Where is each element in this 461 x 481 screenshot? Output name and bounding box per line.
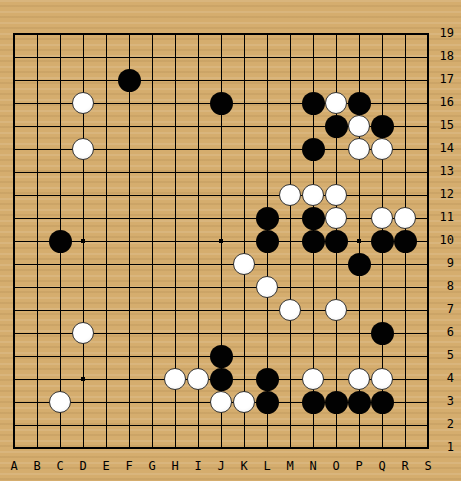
point-B6[interactable] [26,322,49,345]
point-J6[interactable] [210,322,233,345]
point-D16[interactable] [72,92,95,115]
point-G2[interactable] [141,414,164,437]
point-D1[interactable] [72,437,95,460]
point-E2[interactable] [95,414,118,437]
point-I5[interactable] [187,345,210,368]
point-P13[interactable] [348,161,371,184]
point-G14[interactable] [141,138,164,161]
point-G19[interactable] [141,23,164,46]
point-N5[interactable] [302,345,325,368]
point-N16[interactable] [302,92,325,115]
point-A1[interactable] [3,437,26,460]
point-Q4[interactable] [371,368,394,391]
point-Q5[interactable] [371,345,394,368]
point-F10[interactable] [118,230,141,253]
point-P14[interactable] [348,138,371,161]
point-C13[interactable] [49,161,72,184]
point-I11[interactable] [187,207,210,230]
point-G7[interactable] [141,299,164,322]
point-D9[interactable] [72,253,95,276]
point-A11[interactable] [3,207,26,230]
point-R15[interactable] [394,115,417,138]
point-L6[interactable] [256,322,279,345]
point-F4[interactable] [118,368,141,391]
point-F9[interactable] [118,253,141,276]
point-L4[interactable] [256,368,279,391]
point-N8[interactable] [302,276,325,299]
point-R6[interactable] [394,322,417,345]
point-I2[interactable] [187,414,210,437]
point-J17[interactable] [210,69,233,92]
point-H2[interactable] [164,414,187,437]
point-A9[interactable] [3,253,26,276]
point-C4[interactable] [49,368,72,391]
point-G18[interactable] [141,46,164,69]
point-H18[interactable] [164,46,187,69]
point-D12[interactable] [72,184,95,207]
point-K6[interactable] [233,322,256,345]
point-O18[interactable] [325,46,348,69]
point-F7[interactable] [118,299,141,322]
point-O16[interactable] [325,92,348,115]
point-L14[interactable] [256,138,279,161]
point-P8[interactable] [348,276,371,299]
point-I3[interactable] [187,391,210,414]
point-P9[interactable] [348,253,371,276]
point-J3[interactable] [210,391,233,414]
point-C17[interactable] [49,69,72,92]
point-B7[interactable] [26,299,49,322]
point-M5[interactable] [279,345,302,368]
point-O7[interactable] [325,299,348,322]
point-H10[interactable] [164,230,187,253]
point-D7[interactable] [72,299,95,322]
point-N4[interactable] [302,368,325,391]
point-A4[interactable] [3,368,26,391]
point-E10[interactable] [95,230,118,253]
point-L9[interactable] [256,253,279,276]
point-P18[interactable] [348,46,371,69]
point-G6[interactable] [141,322,164,345]
point-B5[interactable] [26,345,49,368]
point-O15[interactable] [325,115,348,138]
point-R3[interactable] [394,391,417,414]
point-E19[interactable] [95,23,118,46]
point-B18[interactable] [26,46,49,69]
point-I13[interactable] [187,161,210,184]
point-C12[interactable] [49,184,72,207]
point-B11[interactable] [26,207,49,230]
point-B17[interactable] [26,69,49,92]
point-M17[interactable] [279,69,302,92]
point-E5[interactable] [95,345,118,368]
point-D6[interactable] [72,322,95,345]
point-J8[interactable] [210,276,233,299]
point-D14[interactable] [72,138,95,161]
point-Q9[interactable] [371,253,394,276]
point-C7[interactable] [49,299,72,322]
point-H17[interactable] [164,69,187,92]
point-I15[interactable] [187,115,210,138]
point-O12[interactable] [325,184,348,207]
point-N13[interactable] [302,161,325,184]
point-E16[interactable] [95,92,118,115]
point-P4[interactable] [348,368,371,391]
point-G12[interactable] [141,184,164,207]
point-L10[interactable] [256,230,279,253]
point-J19[interactable] [210,23,233,46]
point-M11[interactable] [279,207,302,230]
point-D4[interactable] [72,368,95,391]
point-Q3[interactable] [371,391,394,414]
point-M18[interactable] [279,46,302,69]
point-L3[interactable] [256,391,279,414]
point-J10[interactable] [210,230,233,253]
point-M8[interactable] [279,276,302,299]
point-C14[interactable] [49,138,72,161]
point-L13[interactable] [256,161,279,184]
point-I19[interactable] [187,23,210,46]
point-K7[interactable] [233,299,256,322]
point-C18[interactable] [49,46,72,69]
point-A10[interactable] [3,230,26,253]
point-Q15[interactable] [371,115,394,138]
point-G13[interactable] [141,161,164,184]
point-K15[interactable] [233,115,256,138]
point-M2[interactable] [279,414,302,437]
point-D15[interactable] [72,115,95,138]
point-F18[interactable] [118,46,141,69]
point-F1[interactable] [118,437,141,460]
point-F14[interactable] [118,138,141,161]
point-E13[interactable] [95,161,118,184]
point-J16[interactable] [210,92,233,115]
point-A15[interactable] [3,115,26,138]
point-A8[interactable] [3,276,26,299]
point-O3[interactable] [325,391,348,414]
point-Q1[interactable] [371,437,394,460]
point-M3[interactable] [279,391,302,414]
point-N19[interactable] [302,23,325,46]
point-N12[interactable] [302,184,325,207]
point-J2[interactable] [210,414,233,437]
point-P5[interactable] [348,345,371,368]
point-D19[interactable] [72,23,95,46]
point-H6[interactable] [164,322,187,345]
point-M9[interactable] [279,253,302,276]
point-K11[interactable] [233,207,256,230]
point-K10[interactable] [233,230,256,253]
point-Q8[interactable] [371,276,394,299]
point-O5[interactable] [325,345,348,368]
point-G8[interactable] [141,276,164,299]
point-L7[interactable] [256,299,279,322]
point-E3[interactable] [95,391,118,414]
point-K3[interactable] [233,391,256,414]
point-C11[interactable] [49,207,72,230]
point-D10[interactable] [72,230,95,253]
point-P17[interactable] [348,69,371,92]
point-D13[interactable] [72,161,95,184]
point-L19[interactable] [256,23,279,46]
point-F8[interactable] [118,276,141,299]
point-E11[interactable] [95,207,118,230]
point-G4[interactable] [141,368,164,391]
point-Q17[interactable] [371,69,394,92]
point-H14[interactable] [164,138,187,161]
point-L1[interactable] [256,437,279,460]
point-Q11[interactable] [371,207,394,230]
point-E17[interactable] [95,69,118,92]
point-R4[interactable] [394,368,417,391]
point-O1[interactable] [325,437,348,460]
point-E4[interactable] [95,368,118,391]
point-H1[interactable] [164,437,187,460]
point-G16[interactable] [141,92,164,115]
point-C3[interactable] [49,391,72,414]
point-C5[interactable] [49,345,72,368]
point-A2[interactable] [3,414,26,437]
point-H4[interactable] [164,368,187,391]
point-A14[interactable] [3,138,26,161]
point-H16[interactable] [164,92,187,115]
point-P15[interactable] [348,115,371,138]
point-P2[interactable] [348,414,371,437]
point-N18[interactable] [302,46,325,69]
point-P11[interactable] [348,207,371,230]
point-A16[interactable] [3,92,26,115]
point-G3[interactable] [141,391,164,414]
point-M1[interactable] [279,437,302,460]
point-D11[interactable] [72,207,95,230]
point-R1[interactable] [394,437,417,460]
point-A19[interactable] [3,23,26,46]
point-O4[interactable] [325,368,348,391]
point-P3[interactable] [348,391,371,414]
point-J5[interactable] [210,345,233,368]
point-R9[interactable] [394,253,417,276]
point-F19[interactable] [118,23,141,46]
point-C2[interactable] [49,414,72,437]
point-E8[interactable] [95,276,118,299]
point-B13[interactable] [26,161,49,184]
point-H8[interactable] [164,276,187,299]
point-A5[interactable] [3,345,26,368]
point-G11[interactable] [141,207,164,230]
point-H13[interactable] [164,161,187,184]
point-K19[interactable] [233,23,256,46]
point-J13[interactable] [210,161,233,184]
point-B19[interactable] [26,23,49,46]
point-F11[interactable] [118,207,141,230]
point-J12[interactable] [210,184,233,207]
point-E15[interactable] [95,115,118,138]
point-B2[interactable] [26,414,49,437]
point-N11[interactable] [302,207,325,230]
point-F13[interactable] [118,161,141,184]
point-G9[interactable] [141,253,164,276]
point-O11[interactable] [325,207,348,230]
point-L2[interactable] [256,414,279,437]
point-A18[interactable] [3,46,26,69]
point-I10[interactable] [187,230,210,253]
point-H12[interactable] [164,184,187,207]
point-B1[interactable] [26,437,49,460]
point-E9[interactable] [95,253,118,276]
point-O6[interactable] [325,322,348,345]
point-I18[interactable] [187,46,210,69]
point-N14[interactable] [302,138,325,161]
point-O2[interactable] [325,414,348,437]
point-L11[interactable] [256,207,279,230]
point-L15[interactable] [256,115,279,138]
point-J15[interactable] [210,115,233,138]
point-C10[interactable] [49,230,72,253]
point-R5[interactable] [394,345,417,368]
point-O9[interactable] [325,253,348,276]
point-N9[interactable] [302,253,325,276]
point-R7[interactable] [394,299,417,322]
point-P12[interactable] [348,184,371,207]
point-K5[interactable] [233,345,256,368]
point-F2[interactable] [118,414,141,437]
point-C16[interactable] [49,92,72,115]
point-J4[interactable] [210,368,233,391]
point-P16[interactable] [348,92,371,115]
point-C6[interactable] [49,322,72,345]
point-C15[interactable] [49,115,72,138]
point-Q6[interactable] [371,322,394,345]
point-I9[interactable] [187,253,210,276]
point-H7[interactable] [164,299,187,322]
point-C1[interactable] [49,437,72,460]
point-K13[interactable] [233,161,256,184]
point-G15[interactable] [141,115,164,138]
point-E12[interactable] [95,184,118,207]
point-B12[interactable] [26,184,49,207]
point-I6[interactable] [187,322,210,345]
point-M15[interactable] [279,115,302,138]
point-I12[interactable] [187,184,210,207]
point-O19[interactable] [325,23,348,46]
point-K14[interactable] [233,138,256,161]
point-C9[interactable] [49,253,72,276]
point-R11[interactable] [394,207,417,230]
point-M19[interactable] [279,23,302,46]
point-M6[interactable] [279,322,302,345]
point-N3[interactable] [302,391,325,414]
point-I1[interactable] [187,437,210,460]
point-L16[interactable] [256,92,279,115]
point-B16[interactable] [26,92,49,115]
point-A17[interactable] [3,69,26,92]
point-E1[interactable] [95,437,118,460]
point-I4[interactable] [187,368,210,391]
point-F15[interactable] [118,115,141,138]
point-E6[interactable] [95,322,118,345]
point-I17[interactable] [187,69,210,92]
point-Q7[interactable] [371,299,394,322]
point-R16[interactable] [394,92,417,115]
point-J11[interactable] [210,207,233,230]
point-P19[interactable] [348,23,371,46]
point-E18[interactable] [95,46,118,69]
point-R14[interactable] [394,138,417,161]
point-K9[interactable] [233,253,256,276]
point-O10[interactable] [325,230,348,253]
point-G17[interactable] [141,69,164,92]
point-H5[interactable] [164,345,187,368]
point-B9[interactable] [26,253,49,276]
point-L5[interactable] [256,345,279,368]
point-L17[interactable] [256,69,279,92]
point-B3[interactable] [26,391,49,414]
point-D5[interactable] [72,345,95,368]
point-N15[interactable] [302,115,325,138]
point-G1[interactable] [141,437,164,460]
point-I7[interactable] [187,299,210,322]
point-A13[interactable] [3,161,26,184]
point-J7[interactable] [210,299,233,322]
point-F16[interactable] [118,92,141,115]
point-A12[interactable] [3,184,26,207]
point-L18[interactable] [256,46,279,69]
point-R19[interactable] [394,23,417,46]
point-E14[interactable] [95,138,118,161]
point-B15[interactable] [26,115,49,138]
point-R8[interactable] [394,276,417,299]
point-R17[interactable] [394,69,417,92]
point-K17[interactable] [233,69,256,92]
point-Q19[interactable] [371,23,394,46]
point-R10[interactable] [394,230,417,253]
point-K2[interactable] [233,414,256,437]
point-N10[interactable] [302,230,325,253]
point-G10[interactable] [141,230,164,253]
point-M12[interactable] [279,184,302,207]
point-F5[interactable] [118,345,141,368]
point-B14[interactable] [26,138,49,161]
point-D17[interactable] [72,69,95,92]
point-N6[interactable] [302,322,325,345]
point-P6[interactable] [348,322,371,345]
point-L8[interactable] [256,276,279,299]
point-Q18[interactable] [371,46,394,69]
point-P7[interactable] [348,299,371,322]
point-Q14[interactable] [371,138,394,161]
point-I14[interactable] [187,138,210,161]
point-J14[interactable] [210,138,233,161]
point-H15[interactable] [164,115,187,138]
point-R2[interactable] [394,414,417,437]
point-P1[interactable] [348,437,371,460]
point-O14[interactable] [325,138,348,161]
point-D2[interactable] [72,414,95,437]
point-M7[interactable] [279,299,302,322]
point-B10[interactable] [26,230,49,253]
point-B4[interactable] [26,368,49,391]
point-A7[interactable] [3,299,26,322]
point-P10[interactable] [348,230,371,253]
point-M13[interactable] [279,161,302,184]
point-J18[interactable] [210,46,233,69]
point-D3[interactable] [72,391,95,414]
point-C8[interactable] [49,276,72,299]
point-F12[interactable] [118,184,141,207]
point-A3[interactable] [3,391,26,414]
point-Q10[interactable] [371,230,394,253]
point-F17[interactable] [118,69,141,92]
